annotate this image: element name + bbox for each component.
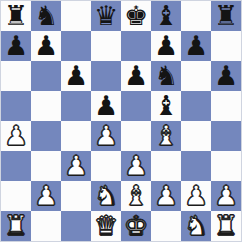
square-a6[interactable] bbox=[1, 61, 31, 91]
square-h8[interactable]: ♜ bbox=[211, 1, 241, 31]
square-g1[interactable]: ♞ bbox=[181, 211, 211, 241]
black-pawn[interactable]: ♟ bbox=[34, 32, 58, 59]
square-a3[interactable] bbox=[1, 151, 31, 181]
square-f7[interactable]: ♟ bbox=[151, 31, 181, 61]
white-pawn[interactable]: ♟ bbox=[154, 182, 178, 209]
square-d6[interactable] bbox=[91, 61, 121, 91]
black-pawn[interactable]: ♟ bbox=[184, 32, 208, 59]
square-c2[interactable] bbox=[61, 181, 91, 211]
white-pawn[interactable]: ♟ bbox=[64, 152, 88, 179]
square-h7[interactable] bbox=[211, 31, 241, 61]
chess-board: ♜♞♛♚♝♜♟♟♟♟♟♟♞♟♟♝♟♟♝♟♟♟♞♝♟♟♟♜♛♚♞♜ bbox=[0, 0, 242, 242]
square-b1[interactable] bbox=[31, 211, 61, 241]
white-bishop[interactable]: ♝ bbox=[154, 122, 178, 149]
square-h1[interactable]: ♜ bbox=[211, 211, 241, 241]
square-d1[interactable]: ♛ bbox=[91, 211, 121, 241]
black-knight[interactable]: ♞ bbox=[34, 2, 58, 29]
white-king[interactable]: ♚ bbox=[124, 212, 148, 239]
square-h6[interactable]: ♟ bbox=[211, 61, 241, 91]
square-f2[interactable]: ♟ bbox=[151, 181, 181, 211]
square-g5[interactable] bbox=[181, 91, 211, 121]
white-bishop[interactable]: ♝ bbox=[124, 182, 148, 209]
square-b8[interactable]: ♞ bbox=[31, 1, 61, 31]
white-queen[interactable]: ♛ bbox=[94, 212, 118, 239]
black-pawn[interactable]: ♟ bbox=[64, 62, 88, 89]
square-f8[interactable]: ♝ bbox=[151, 1, 181, 31]
square-d4[interactable]: ♟ bbox=[91, 121, 121, 151]
square-e3[interactable]: ♟ bbox=[121, 151, 151, 181]
black-rook[interactable]: ♜ bbox=[4, 2, 28, 29]
black-bishop[interactable]: ♝ bbox=[154, 92, 178, 119]
white-pawn[interactable]: ♟ bbox=[184, 182, 208, 209]
square-e2[interactable]: ♝ bbox=[121, 181, 151, 211]
square-d2[interactable]: ♞ bbox=[91, 181, 121, 211]
square-a1[interactable]: ♜ bbox=[1, 211, 31, 241]
square-d8[interactable]: ♛ bbox=[91, 1, 121, 31]
square-g6[interactable] bbox=[181, 61, 211, 91]
white-rook[interactable]: ♜ bbox=[214, 212, 238, 239]
square-d5[interactable]: ♟ bbox=[91, 91, 121, 121]
square-f3[interactable] bbox=[151, 151, 181, 181]
black-pawn[interactable]: ♟ bbox=[214, 62, 238, 89]
square-h3[interactable] bbox=[211, 151, 241, 181]
square-g4[interactable] bbox=[181, 121, 211, 151]
square-g3[interactable] bbox=[181, 151, 211, 181]
square-a5[interactable] bbox=[1, 91, 31, 121]
square-e6[interactable]: ♟ bbox=[121, 61, 151, 91]
square-e4[interactable] bbox=[121, 121, 151, 151]
black-pawn[interactable]: ♟ bbox=[94, 92, 118, 119]
white-pawn[interactable]: ♟ bbox=[94, 122, 118, 149]
square-h5[interactable] bbox=[211, 91, 241, 121]
square-f6[interactable]: ♞ bbox=[151, 61, 181, 91]
black-bishop[interactable]: ♝ bbox=[154, 2, 178, 29]
black-queen[interactable]: ♛ bbox=[94, 2, 118, 29]
square-d7[interactable] bbox=[91, 31, 121, 61]
square-a7[interactable]: ♟ bbox=[1, 31, 31, 61]
square-b2[interactable]: ♟ bbox=[31, 181, 61, 211]
square-f5[interactable]: ♝ bbox=[151, 91, 181, 121]
square-b4[interactable] bbox=[31, 121, 61, 151]
square-e5[interactable] bbox=[121, 91, 151, 121]
chess-board-container: ♜♞♛♚♝♜♟♟♟♟♟♟♞♟♟♝♟♟♝♟♟♟♞♝♟♟♟♜♛♚♞♜ bbox=[0, 0, 242, 242]
square-b7[interactable]: ♟ bbox=[31, 31, 61, 61]
square-b6[interactable] bbox=[31, 61, 61, 91]
white-pawn[interactable]: ♟ bbox=[4, 122, 28, 149]
square-b5[interactable] bbox=[31, 91, 61, 121]
square-c3[interactable]: ♟ bbox=[61, 151, 91, 181]
square-a8[interactable]: ♜ bbox=[1, 1, 31, 31]
square-e7[interactable] bbox=[121, 31, 151, 61]
square-a4[interactable]: ♟ bbox=[1, 121, 31, 151]
square-f1[interactable] bbox=[151, 211, 181, 241]
black-pawn[interactable]: ♟ bbox=[4, 32, 28, 59]
square-g7[interactable]: ♟ bbox=[181, 31, 211, 61]
square-e1[interactable]: ♚ bbox=[121, 211, 151, 241]
square-c5[interactable] bbox=[61, 91, 91, 121]
white-pawn[interactable]: ♟ bbox=[214, 182, 238, 209]
black-knight[interactable]: ♞ bbox=[154, 62, 178, 89]
square-h2[interactable]: ♟ bbox=[211, 181, 241, 211]
square-c8[interactable] bbox=[61, 1, 91, 31]
white-knight[interactable]: ♞ bbox=[184, 212, 208, 239]
square-g2[interactable]: ♟ bbox=[181, 181, 211, 211]
white-pawn[interactable]: ♟ bbox=[34, 182, 58, 209]
black-pawn[interactable]: ♟ bbox=[124, 62, 148, 89]
square-c4[interactable] bbox=[61, 121, 91, 151]
black-king[interactable]: ♚ bbox=[124, 2, 148, 29]
white-knight[interactable]: ♞ bbox=[94, 182, 118, 209]
square-c1[interactable] bbox=[61, 211, 91, 241]
square-d3[interactable] bbox=[91, 151, 121, 181]
square-f4[interactable]: ♝ bbox=[151, 121, 181, 151]
square-a2[interactable] bbox=[1, 181, 31, 211]
square-e8[interactable]: ♚ bbox=[121, 1, 151, 31]
white-pawn[interactable]: ♟ bbox=[124, 152, 148, 179]
square-g8[interactable] bbox=[181, 1, 211, 31]
square-h4[interactable] bbox=[211, 121, 241, 151]
square-c7[interactable] bbox=[61, 31, 91, 61]
black-rook[interactable]: ♜ bbox=[214, 2, 238, 29]
white-rook[interactable]: ♜ bbox=[4, 212, 28, 239]
square-b3[interactable] bbox=[31, 151, 61, 181]
square-c6[interactable]: ♟ bbox=[61, 61, 91, 91]
black-pawn[interactable]: ♟ bbox=[154, 32, 178, 59]
